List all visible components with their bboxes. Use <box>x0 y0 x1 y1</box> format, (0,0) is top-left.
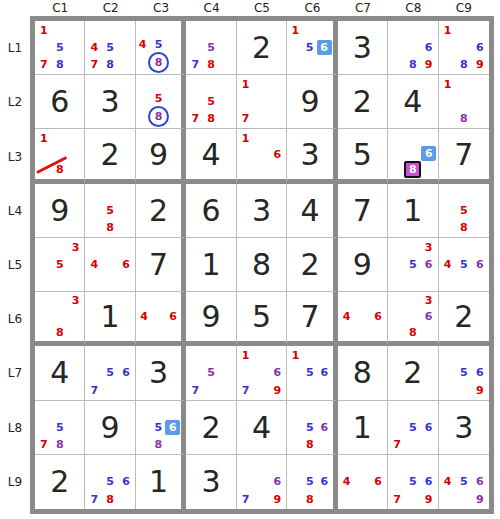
candidate-9: 9 <box>425 59 433 70</box>
cell-L4C4[interactable]: 6 <box>186 184 236 238</box>
row-labels: L1L2L3L4L5L6L7L8L9 <box>0 16 30 514</box>
cell-L6C3[interactable]: 46 <box>136 292 186 346</box>
solved-digit: 5 <box>338 129 387 178</box>
cell-L7C5[interactable]: 1679 <box>237 346 287 400</box>
candidate-slot: 7 <box>86 491 102 508</box>
cell-L9C8[interactable]: 5679 <box>388 455 438 509</box>
cell-L4C9[interactable]: 58 <box>439 184 489 238</box>
cell-L3C4[interactable]: 4 <box>186 129 236 183</box>
cell-L7C4[interactable]: 57 <box>186 346 236 400</box>
candidate-slot <box>102 347 118 364</box>
candidate-slot <box>421 456 437 473</box>
cell-L7C6[interactable]: 156 <box>287 346 337 400</box>
candidate-slot: 8 <box>52 325 68 341</box>
cell-L3C8[interactable]: 68 <box>388 129 438 183</box>
solved-digit: 8 <box>237 238 286 291</box>
cell-L1C4[interactable]: 578 <box>186 21 236 75</box>
candidate-slot <box>86 239 102 256</box>
cell-L3C1[interactable]: 18 <box>35 129 85 183</box>
cell-L2C9[interactable]: 18 <box>439 75 489 129</box>
cell-L2C1[interactable]: 6 <box>35 75 85 129</box>
candidate-slot <box>389 325 405 341</box>
solved-digit: 2 <box>439 292 489 341</box>
candidate-slot: 4 <box>137 37 148 52</box>
candidate-slot <box>288 381 302 398</box>
cell-L5C5[interactable]: 8 <box>237 238 287 292</box>
candidate-slot <box>269 456 285 473</box>
candidate-slot <box>137 106 148 127</box>
candidate-slot <box>370 491 386 508</box>
candidate-slot <box>456 491 472 508</box>
row-label-L5: L5 <box>0 238 30 292</box>
candidate-grid: 68 <box>389 130 436 177</box>
candidate-slot <box>118 39 134 56</box>
candidate-5: 5 <box>106 205 114 216</box>
candidate-slot: 6 <box>118 256 134 273</box>
candidate-slot <box>187 22 203 39</box>
solved-digit: 6 <box>186 184 235 237</box>
candidate-slot <box>389 146 404 161</box>
candidate-slot <box>102 456 118 473</box>
candidate-5: 5 <box>306 422 314 433</box>
candidate-slot: 1 <box>238 347 254 364</box>
cell-L1C5[interactable]: 2 <box>237 21 287 75</box>
candidate-slot: 7 <box>238 381 254 398</box>
cell-L2C6[interactable]: 9 <box>287 75 337 129</box>
candidate-slot <box>303 456 317 473</box>
cell-L8C1[interactable]: 578 <box>35 401 85 455</box>
cell-L2C2[interactable]: 3 <box>85 75 135 129</box>
solved-digit: 8 <box>338 346 387 399</box>
cell-L9C6[interactable]: 568 <box>287 455 337 509</box>
candidate-slot <box>440 185 456 202</box>
candidate-slot <box>354 309 370 325</box>
candidate-8: 8 <box>460 113 468 124</box>
candidate-slot: 5 <box>148 91 169 106</box>
candidate-slot: 9 <box>472 56 488 73</box>
candidate-slot <box>36 325 52 341</box>
candidate-1: 1 <box>292 25 300 36</box>
candidate-slot <box>52 239 68 256</box>
cell-L3C7[interactable]: 5 <box>338 129 388 183</box>
candidate-slot <box>36 162 52 178</box>
cell-L5C2[interactable]: 46 <box>85 238 135 292</box>
cell-L8C6[interactable]: 568 <box>287 401 337 455</box>
cell-L1C3[interactable]: 458 <box>136 21 186 75</box>
candidate-slot <box>421 161 436 178</box>
candidate-slot: 5 <box>456 256 472 273</box>
candidate-slot <box>86 347 102 364</box>
candidate-slot: 6 <box>317 419 331 436</box>
candidate-slot <box>405 402 421 419</box>
candidate-grid: 578 <box>187 76 234 127</box>
solved-digit: 2 <box>186 401 235 454</box>
cell-L8C3[interactable]: 568 <box>136 401 186 455</box>
candidate-8: 8 <box>155 57 163 68</box>
candidate-slot <box>421 130 436 145</box>
candidate-slot <box>269 76 285 93</box>
candidate-slot <box>339 491 355 508</box>
solved-digit: 3 <box>136 346 181 399</box>
cell-L5C7[interactable]: 9 <box>338 238 388 292</box>
candidate-9: 9 <box>425 494 433 505</box>
cell-L4C3[interactable]: 2 <box>136 184 186 238</box>
candidate-slot <box>36 402 52 419</box>
candidate-slot: 8 <box>456 56 472 73</box>
candidate-grid: 5679 <box>389 456 436 508</box>
cell-L7C8[interactable]: 2 <box>388 346 438 400</box>
cell-L6C2[interactable]: 1 <box>85 292 135 346</box>
cell-L2C5[interactable]: 17 <box>237 75 287 129</box>
solved-digit: 7 <box>338 184 387 237</box>
cell-L4C8[interactable]: 1 <box>388 184 438 238</box>
col-label-C3: C3 <box>136 0 186 16</box>
candidate-9: 9 <box>476 385 484 396</box>
candidate-slot <box>370 456 386 473</box>
cell-L1C6[interactable]: 156 <box>287 21 337 75</box>
highlight-badge-6: 6 <box>165 420 180 435</box>
candidate-slot: 8 <box>405 56 421 73</box>
cell-L6C1[interactable]: 38 <box>35 292 85 346</box>
candidate-3: 3 <box>425 295 433 306</box>
candidate-slot <box>52 146 68 162</box>
candidate-slot <box>421 436 437 453</box>
candidate-slot: 5 <box>52 419 68 436</box>
candidate-slot <box>339 456 355 473</box>
candidate-slot <box>36 309 52 325</box>
candidate-8: 8 <box>56 327 64 338</box>
corner-spacer <box>0 0 30 16</box>
candidate-slot <box>472 347 488 364</box>
candidate-grid: 46 <box>339 293 386 340</box>
candidate-grid: 18 <box>36 130 83 177</box>
cell-L2C7[interactable]: 2 <box>338 75 388 129</box>
row-label-L1: L1 <box>0 21 30 75</box>
candidate-7: 7 <box>393 494 401 505</box>
candidate-slot <box>472 219 488 236</box>
cell-L4C7[interactable]: 7 <box>338 184 388 238</box>
candidate-6: 6 <box>425 476 433 487</box>
candidate-slot <box>238 162 254 178</box>
candidate-8: 8 <box>154 439 162 450</box>
candidate-slot: 5 <box>102 473 118 490</box>
candidate-slot <box>68 325 84 341</box>
cell-L1C9[interactable]: 1689 <box>439 21 489 75</box>
candidate-slot <box>254 93 270 110</box>
cell-L9C2[interactable]: 5678 <box>85 455 135 509</box>
candidate-slot <box>421 402 437 419</box>
candidate-slot <box>456 456 472 473</box>
candidate-slot: 6 <box>421 256 437 273</box>
cell-L5C1[interactable]: 35 <box>35 238 85 292</box>
candidate-grid: 46 <box>339 456 386 508</box>
candidate-slot <box>203 347 219 364</box>
candidate-slot <box>254 146 270 162</box>
candidate-slot <box>317 402 331 419</box>
cell-L1C2[interactable]: 4578 <box>85 21 135 75</box>
candidate-grid: 567 <box>389 402 436 453</box>
candidate-slot: 5 <box>405 256 421 273</box>
candidate-slot: 1 <box>288 22 302 39</box>
candidate-grid: 568 <box>288 456 331 508</box>
cell-L6C8[interactable]: 368 <box>388 292 438 346</box>
candidate-slot <box>389 56 405 73</box>
cell-L6C7[interactable]: 46 <box>338 292 388 346</box>
candidate-slot <box>389 161 404 178</box>
candidate-slot: 6 <box>370 309 386 325</box>
solved-digit: 2 <box>287 238 332 291</box>
solved-digit: 1 <box>186 238 235 291</box>
candidate-8: 8 <box>56 439 64 450</box>
candidate-slot: 6 <box>472 39 488 56</box>
candidate-slot <box>317 381 331 398</box>
cell-L3C6[interactable]: 3 <box>287 129 337 183</box>
solved-digit: 9 <box>136 129 181 178</box>
candidate-slot <box>269 93 285 110</box>
candidate-slot <box>405 273 421 290</box>
candidate-slot <box>269 110 285 127</box>
candidate-slot <box>254 110 270 127</box>
candidate-slot <box>68 162 84 178</box>
candidate-grid: 567 <box>86 347 133 398</box>
candidate-4: 4 <box>444 259 452 270</box>
cell-L7C7[interactable]: 8 <box>338 346 388 400</box>
highlight-badge-8: 8 <box>404 161 421 178</box>
cell-L1C1[interactable]: 1578 <box>35 21 85 75</box>
candidate-slot: 6 <box>472 473 488 490</box>
cell-L8C9[interactable]: 3 <box>439 401 489 455</box>
col-label-C1: C1 <box>35 0 85 16</box>
candidate-grid: 4578 <box>86 22 133 73</box>
cell-L5C9[interactable]: 456 <box>439 238 489 292</box>
candidate-slot <box>187 347 203 364</box>
cell-L8C2[interactable]: 9 <box>85 401 135 455</box>
candidate-slot: 5 <box>302 39 316 56</box>
cell-L9C1[interactable]: 2 <box>35 455 85 509</box>
cell-L4C5[interactable]: 3 <box>237 184 287 238</box>
cell-L5C4[interactable]: 1 <box>186 238 236 292</box>
cell-L3C9[interactable]: 7 <box>439 129 489 183</box>
candidate-slot <box>303 402 317 419</box>
cell-L5C3[interactable]: 7 <box>136 238 186 292</box>
candidate-slot: 8 <box>52 436 68 453</box>
cell-L4C6[interactable]: 4 <box>287 184 337 238</box>
candidate-slot: 9 <box>269 381 285 398</box>
candidate-slot <box>151 402 165 419</box>
candidate-slot: 8 <box>303 491 317 508</box>
cell-L3C3[interactable]: 9 <box>136 129 186 183</box>
candidate-slot <box>317 22 332 39</box>
solved-digit: 7 <box>136 238 181 291</box>
candidate-slot <box>238 93 254 110</box>
candidate-slot: 3 <box>68 293 84 309</box>
candidate-grid: 38 <box>36 293 83 340</box>
candidate-6: 6 <box>321 422 329 433</box>
candidate-slot <box>187 76 203 93</box>
candidate-slot <box>36 146 52 162</box>
candidate-slot <box>219 76 235 93</box>
candidate-3: 3 <box>72 295 80 306</box>
candidate-slot: 6 <box>269 473 285 490</box>
solved-digit: 1 <box>388 184 437 237</box>
candidate-slot: 6 <box>472 256 488 273</box>
candidate-slot: 8 <box>52 162 68 178</box>
candidate-grid: 5678 <box>86 456 133 508</box>
cell-L7C2[interactable]: 567 <box>85 346 135 400</box>
candidate-6: 6 <box>425 422 433 433</box>
candidate-grid: 156 <box>288 22 331 73</box>
cell-L6C6[interactable]: 7 <box>287 292 337 346</box>
candidate-6: 6 <box>425 259 433 270</box>
cell-L1C8[interactable]: 689 <box>388 21 438 75</box>
candidate-slot: 5 <box>52 39 68 56</box>
candidate-5: 5 <box>460 205 468 216</box>
candidate-slot <box>118 456 134 473</box>
candidate-slot <box>52 402 68 419</box>
candidate-slot <box>472 239 488 256</box>
cell-L9C7[interactable]: 46 <box>338 455 388 509</box>
candidate-4: 4 <box>343 476 351 487</box>
candidate-slot <box>151 325 165 341</box>
candidate-slot: 5 <box>151 419 165 436</box>
solved-digit: 4 <box>237 401 286 454</box>
candidate-slot <box>354 473 370 490</box>
candidate-slot: 8 <box>405 325 421 341</box>
candidate-slot: 5 <box>303 364 317 381</box>
cell-L8C4[interactable]: 2 <box>186 401 236 455</box>
candidate-grid: 46 <box>137 293 180 340</box>
candidate-slot: 7 <box>238 110 254 127</box>
cell-L7C1[interactable]: 4 <box>35 346 85 400</box>
candidate-slot <box>472 76 488 93</box>
candidate-slot <box>288 56 302 73</box>
cell-L8C5[interactable]: 4 <box>237 401 287 455</box>
cell-L2C8[interactable]: 4 <box>388 75 438 129</box>
candidate-slot <box>68 419 84 436</box>
cell-L3C5[interactable]: 16 <box>237 129 287 183</box>
candidate-slot <box>254 162 270 178</box>
candidate-slot <box>36 256 52 273</box>
solved-digit: 4 <box>287 184 332 237</box>
cell-L4C2[interactable]: 58 <box>85 184 135 238</box>
candidate-slot <box>238 146 254 162</box>
candidate-slot: 9 <box>269 491 285 508</box>
candidate-5: 5 <box>106 367 114 378</box>
candidate-grid: 1689 <box>440 22 488 73</box>
candidate-slot <box>440 347 456 364</box>
candidate-grid: 578 <box>36 402 83 453</box>
candidate-slot <box>137 436 151 453</box>
candidate-6: 6 <box>169 311 177 322</box>
candidate-slot <box>440 273 456 290</box>
candidate-slot <box>86 22 102 39</box>
cell-L2C4[interactable]: 578 <box>186 75 236 129</box>
candidate-slot <box>219 22 235 39</box>
cell-L9C5[interactable]: 679 <box>237 455 287 509</box>
candidate-6: 6 <box>425 42 433 53</box>
cell-L7C9[interactable]: 569 <box>439 346 489 400</box>
candidate-8: 8 <box>306 439 314 450</box>
candidate-slot <box>421 325 437 341</box>
cell-L3C2[interactable]: 2 <box>85 129 135 183</box>
candidate-slot <box>219 110 235 127</box>
candidate-5: 5 <box>409 476 417 487</box>
candidate-grid: 35 <box>36 239 83 290</box>
candidate-grid: 58 <box>86 185 133 236</box>
candidate-slot: 5 <box>303 419 317 436</box>
candidate-slot: 4 <box>137 309 151 325</box>
cell-L9C3[interactable]: 1 <box>136 455 186 509</box>
candidate-slot <box>288 491 302 508</box>
cell-L6C9[interactable]: 2 <box>439 292 489 346</box>
cell-L4C1[interactable]: 9 <box>35 184 85 238</box>
candidate-slot <box>219 93 235 110</box>
col-label-C8: C8 <box>388 0 438 16</box>
candidate-slot: 5 <box>203 93 219 110</box>
candidate-slot <box>219 56 235 73</box>
candidate-slot: 6 <box>269 364 285 381</box>
col-label-C4: C4 <box>186 0 236 16</box>
candidate-slot <box>440 364 456 381</box>
candidate-slot: 7 <box>187 110 203 127</box>
candidate-5: 5 <box>409 259 417 270</box>
cell-L2C3[interactable]: 58 <box>136 75 186 129</box>
candidate-slot <box>269 130 285 146</box>
candidate-slot <box>472 456 488 473</box>
candidate-slot <box>472 93 488 110</box>
cell-L1C7[interactable]: 3 <box>338 21 388 75</box>
candidate-slot: 9 <box>421 56 437 73</box>
candidate-slot: 8 <box>102 56 118 73</box>
solved-digit: 7 <box>287 292 332 341</box>
candidate-slot <box>440 239 456 256</box>
candidate-slot <box>389 239 405 256</box>
row-label-L3: L3 <box>0 129 30 183</box>
cell-L5C6[interactable]: 2 <box>287 238 337 292</box>
candidate-3: 3 <box>425 242 433 253</box>
candidate-4: 4 <box>343 311 351 322</box>
candidate-5: 5 <box>56 422 64 433</box>
candidate-slot <box>389 456 405 473</box>
candidate-slot <box>440 110 456 127</box>
cell-L5C8[interactable]: 356 <box>388 238 438 292</box>
solved-digit: 2 <box>136 184 181 237</box>
candidate-slot: 4 <box>440 473 456 490</box>
candidate-slot <box>440 219 456 236</box>
candidate-5: 5 <box>306 367 314 378</box>
cell-L6C5[interactable]: 5 <box>237 292 287 346</box>
candidate-6: 6 <box>321 367 329 378</box>
circled-candidate-8: 8 <box>148 52 169 73</box>
candidate-slot <box>118 273 134 290</box>
candidate-slot <box>254 76 270 93</box>
candidate-slot: 6 <box>421 39 437 56</box>
candidate-slot: 4 <box>339 473 355 490</box>
candidate-slot <box>169 106 180 127</box>
solved-digit: 2 <box>388 346 437 399</box>
cell-L7C3[interactable]: 3 <box>136 346 186 400</box>
cell-L9C9[interactable]: 4569 <box>439 455 489 509</box>
candidate-slot <box>389 273 405 290</box>
row-label-L6: L6 <box>0 292 30 346</box>
candidate-slot <box>317 436 331 453</box>
cell-L8C7[interactable]: 1 <box>338 401 388 455</box>
cell-L6C4[interactable]: 9 <box>186 292 236 346</box>
cell-L9C4[interactable]: 3 <box>186 455 236 509</box>
candidate-slot: 5 <box>102 202 118 219</box>
cell-L8C8[interactable]: 567 <box>388 401 438 455</box>
candidate-slot <box>36 239 52 256</box>
